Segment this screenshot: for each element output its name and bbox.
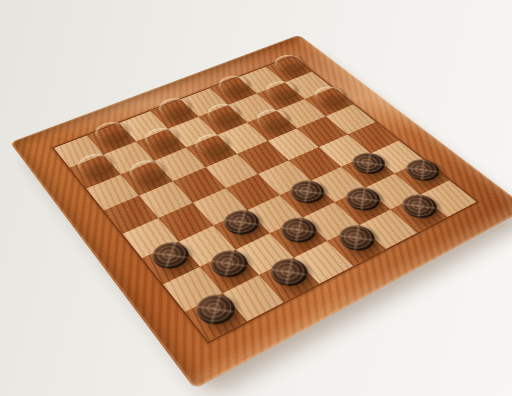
checker-piece-dark[interactable]: ⛂ [218,206,264,238]
checker-piece-light[interactable]: ⛀ [73,150,115,178]
board-play-area: ⛀⛀⛀⛀⛀⛀⛀⛀⛀⛀⛀⛀⛂⛂⛂⛂⛂⛂⛂⛂⛂⛂⛂⛂ [54,57,477,342]
checkers-photo-scene: ⛀⛀⛀⛀⛀⛀⛀⛀⛀⛀⛀⛀⛂⛂⛂⛂⛂⛂⛂⛂⛂⛂⛂⛂ [0,0,512,396]
board-wood-frame: ⛀⛀⛀⛀⛀⛀⛀⛀⛀⛀⛀⛀⛂⛂⛂⛂⛂⛂⛂⛂⛂⛂⛂⛂ [10,35,512,389]
checker-piece-light[interactable]: ⛀ [270,52,308,73]
checker-piece-dark[interactable]: ⛂ [401,156,446,184]
checkers-board: ⛀⛀⛀⛀⛀⛀⛀⛀⛀⛀⛀⛀⛂⛂⛂⛂⛂⛂⛂⛂⛂⛂⛂⛂ [10,35,512,389]
